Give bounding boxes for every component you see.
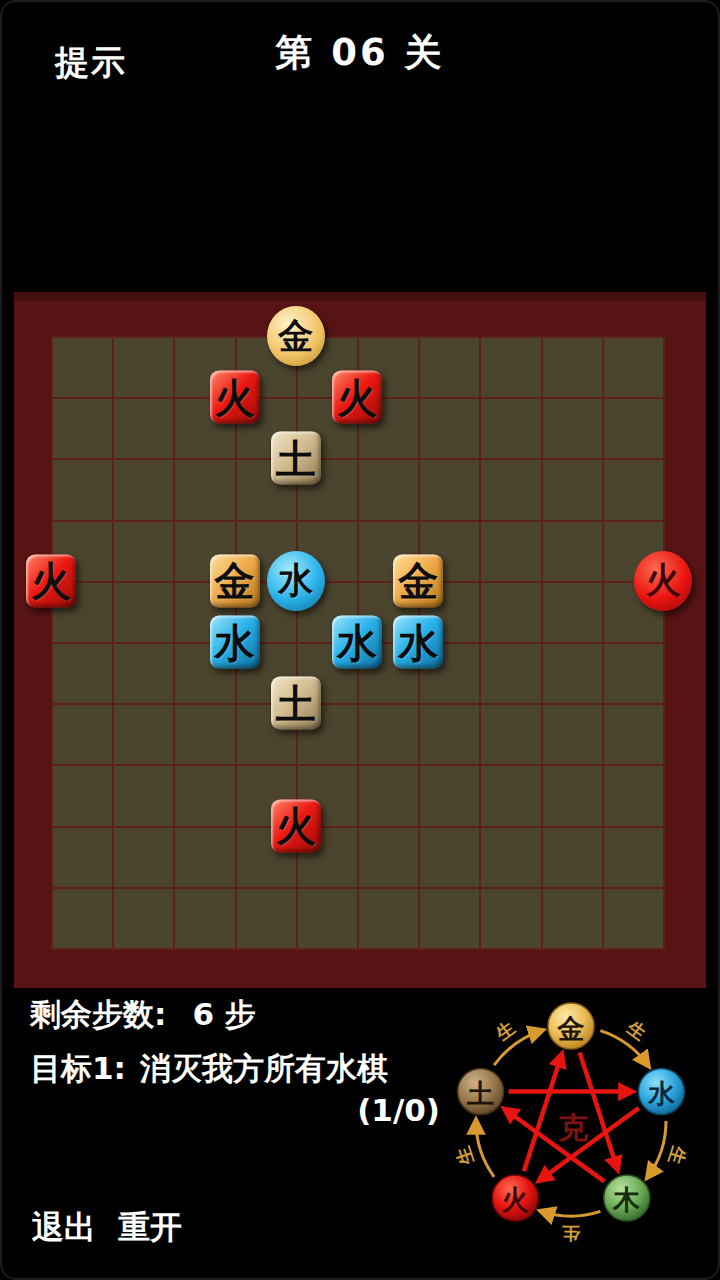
goal-progress: (1/0) — [0, 1092, 440, 1128]
board: 金火火土火金水金火水水水土火 — [14, 292, 706, 988]
goal-line: 目标1:消灭我方所有水棋 — [30, 1048, 388, 1090]
piece-glyph: 火 — [215, 377, 255, 417]
piece-glyph: 水 — [215, 622, 255, 662]
piece-metal-square[interactable]: 金 — [210, 554, 260, 607]
svg-text:生: 生 — [562, 1223, 581, 1244]
svg-text:金: 金 — [557, 1013, 585, 1044]
restart-button[interactable]: 重开 — [118, 1206, 182, 1250]
svg-text:生: 生 — [452, 1144, 478, 1169]
piece-glyph: 水 — [398, 622, 438, 662]
svg-text:生: 生 — [665, 1143, 691, 1168]
piece-glyph: 火 — [31, 561, 71, 601]
piece-glyph: 火 — [646, 563, 681, 598]
piece-earth-square[interactable]: 土 — [271, 677, 321, 730]
piece-glyph: 火 — [337, 377, 377, 417]
piece-glyph: 土 — [276, 683, 316, 723]
svg-text:水: 水 — [647, 1078, 676, 1109]
piece-fire-circle[interactable]: 火 — [634, 551, 692, 611]
piece-fire-square[interactable]: 火 — [271, 799, 321, 852]
level-title: 第 06 关 — [0, 28, 720, 78]
wuxing-node-earth: 土 — [458, 1069, 504, 1115]
svg-text:木: 木 — [612, 1184, 640, 1215]
exit-button[interactable]: 退出 — [32, 1206, 96, 1250]
piece-metal-circle[interactable]: 金 — [267, 306, 325, 366]
piece-glyph: 水 — [278, 563, 313, 598]
piece-glyph: 土 — [276, 438, 316, 478]
piece-fire-square[interactable]: 火 — [332, 371, 382, 424]
wuxing-node-metal: 金 — [548, 1003, 594, 1049]
piece-earth-square[interactable]: 土 — [271, 432, 321, 485]
piece-metal-square[interactable]: 金 — [393, 554, 443, 607]
piece-water-square[interactable]: 水 — [332, 616, 382, 669]
goal-label: 目标1: — [30, 1050, 126, 1086]
wuxing-node-water: 水 — [638, 1069, 684, 1115]
svg-text:土: 土 — [466, 1078, 494, 1109]
moves-value: 6 步 — [192, 996, 255, 1032]
wuxing-node-fire: 火 — [492, 1175, 538, 1221]
piece-water-square[interactable]: 水 — [210, 616, 260, 669]
overcome-label: 克 — [557, 1110, 589, 1145]
piece-water-square[interactable]: 水 — [393, 616, 443, 669]
app-screen: 提示 第 06 关 金火火土火金水金火水水水土火 剩余步数:6 步 目标1:消灭… — [0, 0, 720, 1280]
piece-water-circle[interactable]: 水 — [267, 551, 325, 611]
svg-text:生: 生 — [623, 1016, 651, 1044]
piece-fire-square[interactable]: 火 — [26, 554, 76, 607]
piece-glyph: 火 — [276, 806, 316, 846]
moves-label: 剩余步数: — [30, 996, 166, 1032]
piece-glyph: 金 — [278, 319, 313, 354]
wuxing-cycle-diagram: 克 生 生 生 生 生 金 水 木 火 — [440, 995, 706, 1267]
piece-glyph: 水 — [337, 622, 377, 662]
piece-glyph: 金 — [215, 561, 255, 601]
wuxing-node-wood: 木 — [604, 1175, 650, 1221]
goal-text: 消灭我方所有水棋 — [140, 1050, 388, 1086]
svg-text:生: 生 — [491, 1017, 519, 1045]
piece-glyph: 金 — [398, 561, 438, 601]
svg-text:火: 火 — [502, 1184, 529, 1215]
piece-fire-square[interactable]: 火 — [210, 371, 260, 424]
moves-remaining: 剩余步数:6 步 — [30, 994, 256, 1036]
